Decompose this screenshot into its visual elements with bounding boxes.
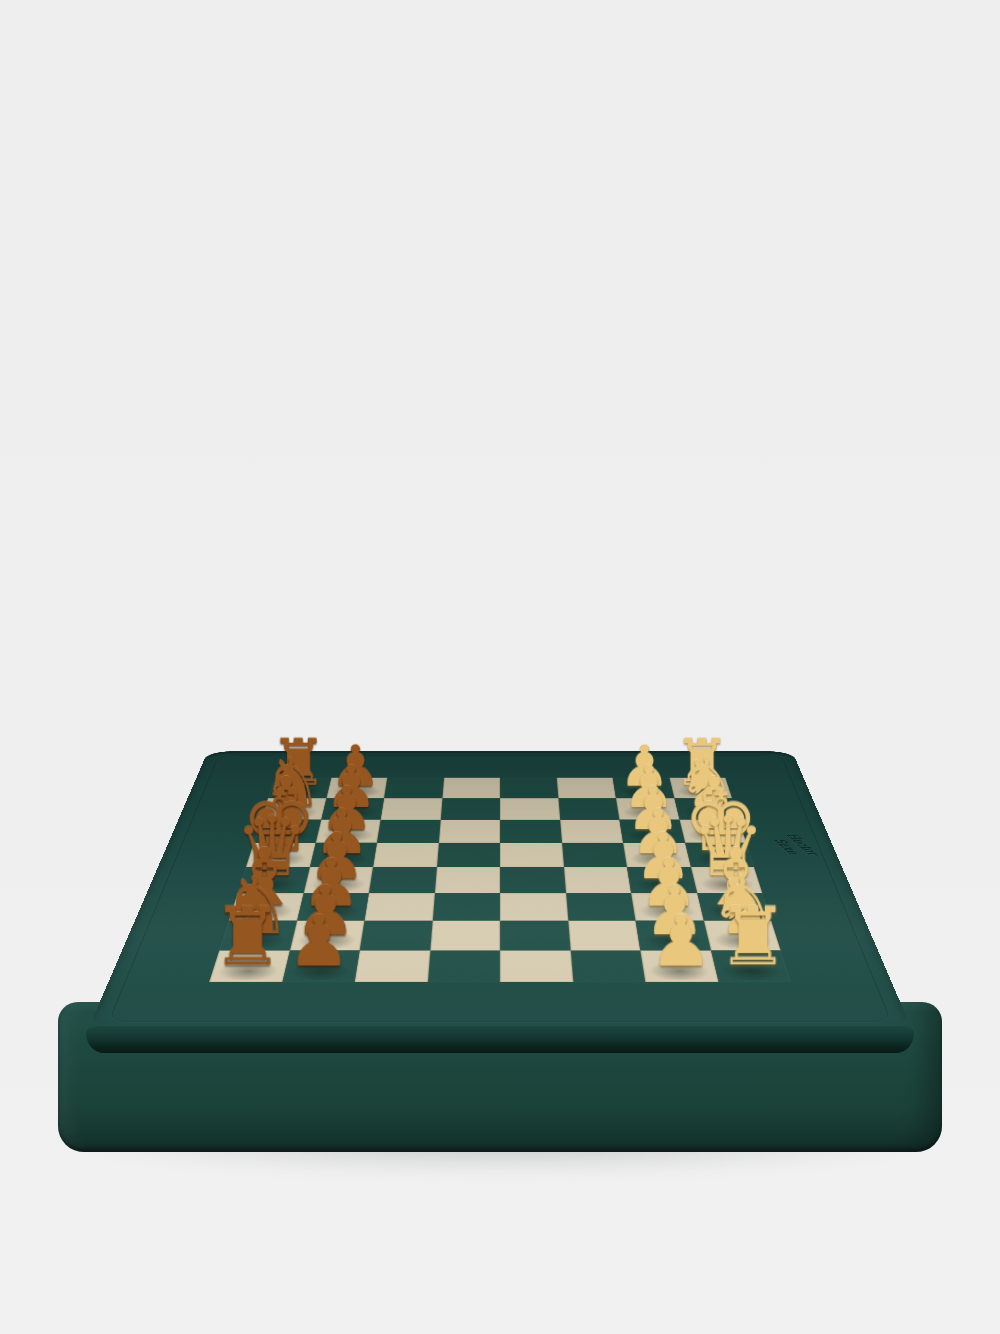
square-d5 [434,867,500,893]
square-h4 [500,778,558,798]
square-f3 [560,820,623,843]
square-h3 [556,778,616,798]
chessboard-lid: ♜♟♟♜♞♟♟♞♝♟♟♝♚♟♟♚♛♟♟♛♝♟♟♝♞♟♟♞♜♟♟♜ Hector … [88,751,913,1030]
square-b6 [360,921,433,951]
square-b3 [568,921,641,951]
square-d4 [500,867,566,893]
square-c6 [364,893,434,921]
square-h5 [442,778,500,798]
square-b5 [430,921,500,951]
product-photo: ♜♟♟♜♞♟♟♞♝♟♟♝♚♟♟♚♛♟♟♛♝♟♟♝♞♟♟♞♜♟♟♜ Hector … [0,0,1000,1334]
square-g4 [500,798,560,820]
piece-black-rook-icon: ♜ [211,897,282,977]
square-f6 [377,820,440,843]
square-c3 [566,893,636,921]
square-b4 [500,921,570,951]
square-g3 [558,798,619,820]
square-c5 [432,893,500,921]
square-c4 [500,893,568,921]
piece-white-rook-icon: ♜ [717,897,788,977]
piece-black-pawn-icon: ♟ [288,906,351,977]
piece-white-pawn-icon: ♟ [649,906,712,977]
square-g5 [440,798,500,820]
square-d3 [564,867,632,893]
square-h6 [384,778,444,798]
square-d6 [369,867,437,893]
lid-front-edge [86,1026,914,1053]
square-f4 [500,820,562,843]
square-f5 [438,820,500,843]
square-g6 [381,798,442,820]
